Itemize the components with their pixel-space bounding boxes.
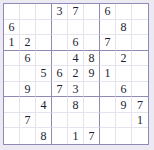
sudoku-cell[interactable]: 8: [68, 97, 84, 113]
sudoku-page: 3766812676482562919736489771817: [0, 0, 154, 150]
sudoku-cell[interactable]: [84, 35, 100, 51]
sudoku-cell[interactable]: [116, 128, 132, 144]
sudoku-cell[interactable]: [132, 66, 148, 82]
sudoku-cell[interactable]: [100, 97, 116, 113]
sudoku-cell[interactable]: [52, 20, 68, 36]
sudoku-cell[interactable]: [4, 51, 20, 67]
sudoku-cell[interactable]: 2: [68, 66, 84, 82]
sudoku-cell[interactable]: [36, 4, 52, 20]
sudoku-cell[interactable]: [36, 35, 52, 51]
sudoku-cell[interactable]: [132, 51, 148, 67]
sudoku-cell[interactable]: 7: [68, 4, 84, 20]
sudoku-cell[interactable]: [84, 113, 100, 129]
sudoku-cell[interactable]: 6: [100, 4, 116, 20]
sudoku-cell[interactable]: [100, 113, 116, 129]
sudoku-cell[interactable]: [52, 51, 68, 67]
sudoku-cell[interactable]: [84, 20, 100, 36]
sudoku-cell[interactable]: 7: [84, 128, 100, 144]
sudoku-cell[interactable]: 6: [116, 82, 132, 98]
sudoku-cell[interactable]: [36, 113, 52, 129]
sudoku-cell[interactable]: [36, 20, 52, 36]
sudoku-cell[interactable]: [20, 20, 36, 36]
sudoku-cell[interactable]: [4, 128, 20, 144]
sudoku-cell[interactable]: [52, 113, 68, 129]
sudoku-cell[interactable]: [68, 20, 84, 36]
sudoku-cell[interactable]: [36, 51, 52, 67]
sudoku-cell[interactable]: [116, 4, 132, 20]
sudoku-cell[interactable]: 1: [68, 128, 84, 144]
sudoku-cell[interactable]: 8: [116, 20, 132, 36]
sudoku-cell[interactable]: [4, 97, 20, 113]
sudoku-cell[interactable]: 7: [100, 35, 116, 51]
sudoku-cell[interactable]: [132, 20, 148, 36]
sudoku-cell[interactable]: [4, 113, 20, 129]
sudoku-cell[interactable]: [116, 113, 132, 129]
sudoku-cell[interactable]: 4: [68, 51, 84, 67]
sudoku-cell[interactable]: [132, 82, 148, 98]
sudoku-cell[interactable]: 4: [36, 97, 52, 113]
sudoku-cell[interactable]: [100, 128, 116, 144]
sudoku-cell[interactable]: 8: [84, 51, 100, 67]
sudoku-cell[interactable]: [20, 66, 36, 82]
sudoku-cell[interactable]: 7: [132, 97, 148, 113]
sudoku-cell[interactable]: [68, 113, 84, 129]
sudoku-cell[interactable]: 7: [52, 82, 68, 98]
sudoku-cell[interactable]: [132, 128, 148, 144]
sudoku-board: 3766812676482562919736489771817: [3, 3, 149, 145]
sudoku-cell[interactable]: 1: [132, 113, 148, 129]
sudoku-cell[interactable]: [132, 4, 148, 20]
sudoku-cell[interactable]: [116, 35, 132, 51]
sudoku-cell[interactable]: [36, 82, 52, 98]
sudoku-cell[interactable]: [52, 35, 68, 51]
sudoku-cell[interactable]: [84, 82, 100, 98]
sudoku-cell[interactable]: [84, 97, 100, 113]
sudoku-cell[interactable]: [4, 66, 20, 82]
sudoku-cell[interactable]: 6: [4, 20, 20, 36]
sudoku-cell[interactable]: [20, 97, 36, 113]
sudoku-cell[interactable]: 2: [116, 51, 132, 67]
sudoku-cell[interactable]: [100, 51, 116, 67]
sudoku-cell[interactable]: 5: [36, 66, 52, 82]
sudoku-cell[interactable]: [4, 82, 20, 98]
sudoku-cell[interactable]: 8: [36, 128, 52, 144]
sudoku-cell[interactable]: 6: [52, 66, 68, 82]
sudoku-cell[interactable]: 9: [84, 66, 100, 82]
sudoku-cell[interactable]: 1: [100, 66, 116, 82]
sudoku-cell[interactable]: 3: [52, 4, 68, 20]
sudoku-cell[interactable]: 9: [116, 97, 132, 113]
sudoku-cell[interactable]: 6: [68, 35, 84, 51]
sudoku-cell[interactable]: 9: [20, 82, 36, 98]
sudoku-cell[interactable]: [52, 128, 68, 144]
sudoku-cell[interactable]: [100, 82, 116, 98]
sudoku-cell[interactable]: [116, 66, 132, 82]
sudoku-cell[interactable]: 6: [20, 51, 36, 67]
sudoku-cell[interactable]: [100, 20, 116, 36]
sudoku-cell[interactable]: 7: [20, 113, 36, 129]
sudoku-cell[interactable]: 2: [20, 35, 36, 51]
sudoku-cell[interactable]: 1: [4, 35, 20, 51]
sudoku-cell[interactable]: [4, 4, 20, 20]
sudoku-cell[interactable]: 3: [68, 82, 84, 98]
sudoku-cell[interactable]: [20, 128, 36, 144]
sudoku-cell[interactable]: [20, 4, 36, 20]
sudoku-cell[interactable]: [52, 97, 68, 113]
sudoku-cell[interactable]: [132, 35, 148, 51]
sudoku-cell[interactable]: [84, 4, 100, 20]
